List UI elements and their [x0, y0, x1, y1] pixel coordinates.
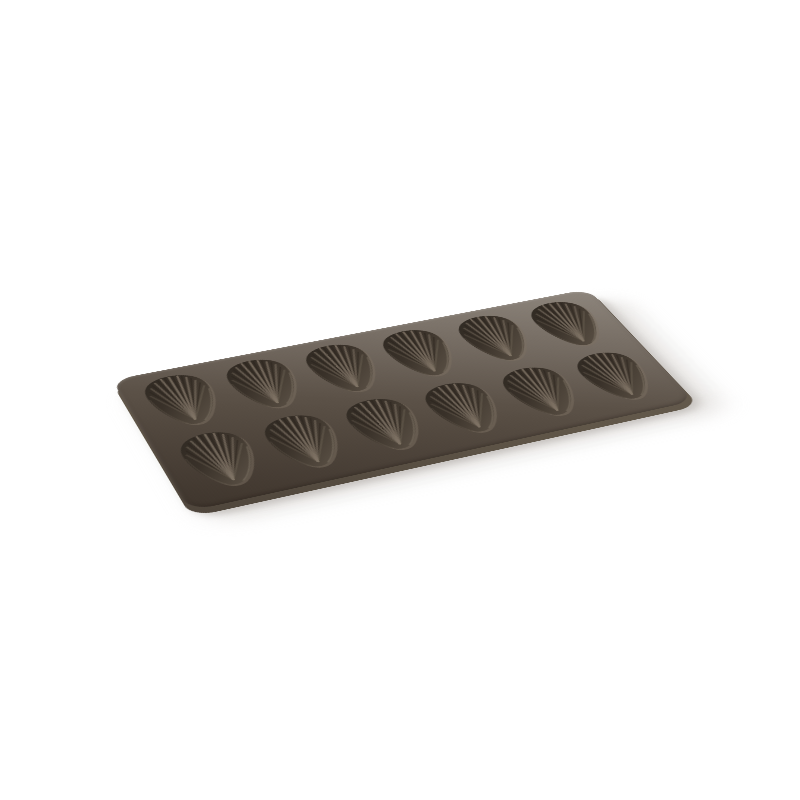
madeleine-mold [112, 289, 694, 511]
product-photo [0, 0, 800, 800]
